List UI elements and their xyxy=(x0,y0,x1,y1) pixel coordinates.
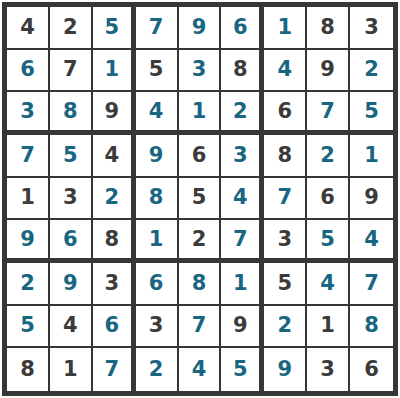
cell-r3c1[interactable]: 3 xyxy=(7,92,50,135)
cell-r2c1[interactable]: 6 xyxy=(7,50,50,93)
cell-r6c3[interactable]: 8 xyxy=(93,220,136,263)
cell-r8c3[interactable]: 6 xyxy=(93,306,136,349)
cell-r4c6[interactable]: 3 xyxy=(221,135,264,178)
cell-r1c1[interactable]: 4 xyxy=(7,7,50,50)
cell-r1c8[interactable]: 8 xyxy=(307,7,350,50)
cell-r8c8[interactable]: 1 xyxy=(307,306,350,349)
cell-r8c1[interactable]: 5 xyxy=(7,306,50,349)
cell-r7c6[interactable]: 1 xyxy=(221,263,264,306)
cell-r5c6[interactable]: 4 xyxy=(221,178,264,221)
cell-r9c2[interactable]: 1 xyxy=(50,348,93,391)
cell-r6c6[interactable]: 7 xyxy=(221,220,264,263)
cell-r7c9[interactable]: 7 xyxy=(350,263,393,306)
cell-r1c9[interactable]: 3 xyxy=(350,7,393,50)
cell-r3c9[interactable]: 5 xyxy=(350,92,393,135)
cell-r2c7[interactable]: 4 xyxy=(264,50,307,93)
cell-r9c6[interactable]: 5 xyxy=(221,348,264,391)
cell-r7c1[interactable]: 2 xyxy=(7,263,50,306)
cell-r5c5[interactable]: 5 xyxy=(179,178,222,221)
cell-r3c5[interactable]: 1 xyxy=(179,92,222,135)
cell-r2c4[interactable]: 5 xyxy=(136,50,179,93)
cell-r3c4[interactable]: 4 xyxy=(136,92,179,135)
cell-r1c2[interactable]: 2 xyxy=(50,7,93,50)
cell-r1c7[interactable]: 1 xyxy=(264,7,307,50)
cell-r6c4[interactable]: 1 xyxy=(136,220,179,263)
cell-r4c5[interactable]: 6 xyxy=(179,135,222,178)
cell-r7c5[interactable]: 8 xyxy=(179,263,222,306)
cell-r9c7[interactable]: 9 xyxy=(264,348,307,391)
cell-r4c4[interactable]: 9 xyxy=(136,135,179,178)
cell-r5c3[interactable]: 2 xyxy=(93,178,136,221)
cell-r1c5[interactable]: 9 xyxy=(179,7,222,50)
cell-r6c1[interactable]: 9 xyxy=(7,220,50,263)
cell-r8c4[interactable]: 3 xyxy=(136,306,179,349)
cell-r9c5[interactable]: 4 xyxy=(179,348,222,391)
cell-r5c2[interactable]: 3 xyxy=(50,178,93,221)
cell-r6c9[interactable]: 4 xyxy=(350,220,393,263)
cell-r1c3[interactable]: 5 xyxy=(93,7,136,50)
cell-r4c2[interactable]: 5 xyxy=(50,135,93,178)
sudoku-board-margin: 4257961836715384923894126757549638211328… xyxy=(0,0,400,398)
cell-r4c7[interactable]: 8 xyxy=(264,135,307,178)
cell-r2c5[interactable]: 3 xyxy=(179,50,222,93)
cell-r8c5[interactable]: 7 xyxy=(179,306,222,349)
cell-r3c8[interactable]: 7 xyxy=(307,92,350,135)
cell-r8c6[interactable]: 9 xyxy=(221,306,264,349)
cell-r9c1[interactable]: 8 xyxy=(7,348,50,391)
sudoku-board: 4257961836715384923894126757549638211328… xyxy=(2,2,398,396)
cell-r7c7[interactable]: 5 xyxy=(264,263,307,306)
cell-r3c7[interactable]: 6 xyxy=(264,92,307,135)
cell-r4c8[interactable]: 2 xyxy=(307,135,350,178)
cell-r7c2[interactable]: 9 xyxy=(50,263,93,306)
cell-r7c8[interactable]: 4 xyxy=(307,263,350,306)
cell-r5c7[interactable]: 7 xyxy=(264,178,307,221)
cell-r6c5[interactable]: 2 xyxy=(179,220,222,263)
cell-r4c9[interactable]: 1 xyxy=(350,135,393,178)
cell-r1c4[interactable]: 7 xyxy=(136,7,179,50)
cell-r5c1[interactable]: 1 xyxy=(7,178,50,221)
cell-r2c9[interactable]: 2 xyxy=(350,50,393,93)
cell-r9c3[interactable]: 7 xyxy=(93,348,136,391)
cell-r4c3[interactable]: 4 xyxy=(93,135,136,178)
cell-r3c6[interactable]: 2 xyxy=(221,92,264,135)
cell-r6c2[interactable]: 6 xyxy=(50,220,93,263)
cell-r6c8[interactable]: 5 xyxy=(307,220,350,263)
cell-r5c9[interactable]: 9 xyxy=(350,178,393,221)
cell-r1c6[interactable]: 6 xyxy=(221,7,264,50)
cell-r3c3[interactable]: 9 xyxy=(93,92,136,135)
cell-r5c8[interactable]: 6 xyxy=(307,178,350,221)
cell-r9c9[interactable]: 6 xyxy=(350,348,393,391)
cell-r7c3[interactable]: 3 xyxy=(93,263,136,306)
cell-r5c4[interactable]: 8 xyxy=(136,178,179,221)
cell-r8c7[interactable]: 2 xyxy=(264,306,307,349)
cell-r9c4[interactable]: 2 xyxy=(136,348,179,391)
cell-r8c9[interactable]: 8 xyxy=(350,306,393,349)
cell-r2c3[interactable]: 1 xyxy=(93,50,136,93)
cell-r4c1[interactable]: 7 xyxy=(7,135,50,178)
cell-r2c8[interactable]: 9 xyxy=(307,50,350,93)
cell-r8c2[interactable]: 4 xyxy=(50,306,93,349)
cell-r9c8[interactable]: 3 xyxy=(307,348,350,391)
cell-r7c4[interactable]: 6 xyxy=(136,263,179,306)
cell-r2c6[interactable]: 8 xyxy=(221,50,264,93)
cell-r3c2[interactable]: 8 xyxy=(50,92,93,135)
cell-r6c7[interactable]: 3 xyxy=(264,220,307,263)
cell-r2c2[interactable]: 7 xyxy=(50,50,93,93)
